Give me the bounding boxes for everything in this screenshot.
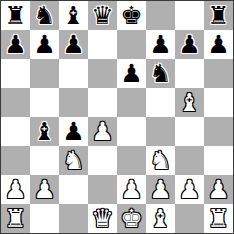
square-f1[interactable]: ♝ (146, 204, 175, 233)
piece-black-rook: ♜ (207, 1, 229, 30)
piece-white-rook: ♜ (4, 204, 26, 233)
piece-black-pawn: ♟ (120, 59, 142, 88)
square-c2[interactable] (59, 175, 88, 204)
piece-black-rook: ♜ (4, 1, 26, 30)
piece-white-rook: ♜ (207, 204, 229, 233)
square-e8[interactable]: ♚ (117, 1, 146, 30)
square-d7[interactable] (88, 30, 117, 59)
square-h7[interactable]: ♟ (204, 30, 233, 59)
square-f7[interactable]: ♟ (146, 30, 175, 59)
piece-black-pawn: ♟ (178, 30, 200, 59)
square-d1[interactable]: ♛ (88, 204, 117, 233)
piece-black-bishop: ♝ (62, 1, 84, 30)
piece-black-knight: ♞ (33, 1, 55, 30)
piece-black-pawn: ♟ (62, 30, 84, 59)
piece-white-king: ♚ (120, 204, 142, 233)
square-d2[interactable] (88, 175, 117, 204)
piece-black-bishop: ♝ (33, 117, 55, 146)
piece-white-pawn: ♟ (91, 117, 113, 146)
square-f2[interactable]: ♟ (146, 175, 175, 204)
square-b4[interactable]: ♝ (30, 117, 59, 146)
square-d8[interactable]: ♛ (88, 1, 117, 30)
square-a3[interactable] (1, 146, 30, 175)
piece-white-pawn: ♟ (178, 175, 200, 204)
square-a1[interactable]: ♜ (1, 204, 30, 233)
square-b6[interactable] (30, 59, 59, 88)
square-e5[interactable] (117, 88, 146, 117)
piece-black-knight: ♞ (149, 59, 171, 88)
square-d4[interactable]: ♟ (88, 117, 117, 146)
square-c7[interactable]: ♟ (59, 30, 88, 59)
square-c5[interactable] (59, 88, 88, 117)
piece-black-pawn: ♟ (62, 117, 84, 146)
chess-board-frame: ♜♞♝♛♚♜♟♟♟♟♟♟♟♞♝♝♟♟♞♞♟♟♟♟♟♟♜♛♚♝♜ (0, 0, 234, 234)
square-d6[interactable] (88, 59, 117, 88)
square-c3[interactable]: ♞ (59, 146, 88, 175)
piece-white-knight: ♞ (149, 146, 171, 175)
piece-white-bishop: ♝ (178, 88, 200, 117)
square-a7[interactable]: ♟ (1, 30, 30, 59)
square-h3[interactable] (204, 146, 233, 175)
square-g1[interactable] (175, 204, 204, 233)
square-g6[interactable] (175, 59, 204, 88)
square-c8[interactable]: ♝ (59, 1, 88, 30)
piece-white-queen: ♛ (91, 204, 113, 233)
square-e4[interactable] (117, 117, 146, 146)
square-h5[interactable] (204, 88, 233, 117)
piece-white-knight: ♞ (62, 146, 84, 175)
square-f3[interactable]: ♞ (146, 146, 175, 175)
square-h2[interactable]: ♟ (204, 175, 233, 204)
chess-board: ♜♞♝♛♚♜♟♟♟♟♟♟♟♞♝♝♟♟♞♞♟♟♟♟♟♟♜♛♚♝♜ (1, 1, 233, 233)
square-f5[interactable] (146, 88, 175, 117)
square-f8[interactable] (146, 1, 175, 30)
piece-white-pawn: ♟ (33, 175, 55, 204)
square-e2[interactable]: ♟ (117, 175, 146, 204)
square-g5[interactable]: ♝ (175, 88, 204, 117)
square-c6[interactable] (59, 59, 88, 88)
square-c1[interactable] (59, 204, 88, 233)
square-g8[interactable] (175, 1, 204, 30)
square-d5[interactable] (88, 88, 117, 117)
square-b8[interactable]: ♞ (30, 1, 59, 30)
piece-white-pawn: ♟ (149, 175, 171, 204)
square-b2[interactable]: ♟ (30, 175, 59, 204)
square-g2[interactable]: ♟ (175, 175, 204, 204)
square-g7[interactable]: ♟ (175, 30, 204, 59)
square-g3[interactable] (175, 146, 204, 175)
square-c4[interactable]: ♟ (59, 117, 88, 146)
square-a5[interactable] (1, 88, 30, 117)
piece-black-queen: ♛ (91, 1, 113, 30)
square-d3[interactable] (88, 146, 117, 175)
square-f4[interactable] (146, 117, 175, 146)
piece-black-pawn: ♟ (149, 30, 171, 59)
piece-white-pawn: ♟ (120, 175, 142, 204)
piece-white-pawn: ♟ (4, 175, 26, 204)
square-e1[interactable]: ♚ (117, 204, 146, 233)
square-h4[interactable] (204, 117, 233, 146)
square-e7[interactable] (117, 30, 146, 59)
square-b1[interactable] (30, 204, 59, 233)
piece-white-pawn: ♟ (207, 175, 229, 204)
square-b3[interactable] (30, 146, 59, 175)
piece-white-bishop: ♝ (149, 204, 171, 233)
square-h8[interactable]: ♜ (204, 1, 233, 30)
piece-black-pawn: ♟ (4, 30, 26, 59)
square-a6[interactable] (1, 59, 30, 88)
square-f6[interactable]: ♞ (146, 59, 175, 88)
piece-black-king: ♚ (120, 1, 142, 30)
square-a2[interactable]: ♟ (1, 175, 30, 204)
piece-black-pawn: ♟ (33, 30, 55, 59)
square-h6[interactable] (204, 59, 233, 88)
piece-black-pawn: ♟ (207, 30, 229, 59)
square-h1[interactable]: ♜ (204, 204, 233, 233)
square-b5[interactable] (30, 88, 59, 117)
square-a4[interactable] (1, 117, 30, 146)
square-b7[interactable]: ♟ (30, 30, 59, 59)
square-g4[interactable] (175, 117, 204, 146)
square-e6[interactable]: ♟ (117, 59, 146, 88)
square-a8[interactable]: ♜ (1, 1, 30, 30)
square-e3[interactable] (117, 146, 146, 175)
